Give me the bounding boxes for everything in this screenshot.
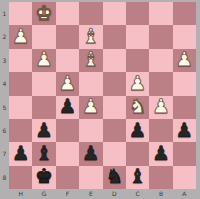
rank-label-1: 1 — [0, 11, 9, 17]
rank-label-8: 8 — [0, 175, 9, 181]
square-b5[interactable]: ♟ — [149, 96, 172, 119]
square-c7[interactable] — [126, 142, 149, 165]
file-label-f: F — [56, 191, 79, 197]
file-label-g: G — [32, 191, 55, 197]
rank-label-3: 3 — [0, 58, 9, 64]
square-c5[interactable]: ♞ — [126, 96, 149, 119]
square-a8[interactable] — [173, 166, 196, 189]
black-pawn-e7: ♟ — [82, 143, 100, 163]
square-f2[interactable] — [56, 25, 79, 48]
square-a2[interactable] — [173, 25, 196, 48]
square-e2[interactable]: ♝ — [79, 25, 102, 48]
chess-board: ♚♟♝♟♝♟♟♟♟♟♞♟♟♟♟♟♝♟♟♚♞♝ — [9, 2, 196, 189]
square-d3[interactable] — [103, 49, 126, 72]
square-f3[interactable] — [56, 49, 79, 72]
square-g7[interactable]: ♝ — [32, 142, 55, 165]
square-h8[interactable] — [9, 166, 32, 189]
rank-label-5: 5 — [0, 105, 9, 111]
square-d5[interactable] — [103, 96, 126, 119]
square-a1[interactable] — [173, 2, 196, 25]
square-b6[interactable] — [149, 119, 172, 142]
square-g2[interactable] — [32, 25, 55, 48]
file-label-h: H — [9, 191, 32, 197]
black-pawn-h7: ♟ — [12, 143, 30, 163]
file-label-e: E — [79, 191, 102, 197]
rank-label-6: 6 — [0, 128, 9, 134]
black-pawn-f5: ♟ — [58, 96, 76, 116]
white-bishop-e2: ♝ — [82, 26, 100, 46]
rank-label-7: 7 — [0, 151, 9, 157]
square-c8[interactable]: ♝ — [126, 166, 149, 189]
square-f1[interactable] — [56, 2, 79, 25]
square-e6[interactable] — [79, 119, 102, 142]
square-d1[interactable] — [103, 2, 126, 25]
square-c3[interactable] — [126, 49, 149, 72]
square-h3[interactable] — [9, 49, 32, 72]
square-c1[interactable] — [126, 2, 149, 25]
square-d7[interactable] — [103, 142, 126, 165]
square-g1[interactable]: ♚ — [32, 2, 55, 25]
square-b3[interactable] — [149, 49, 172, 72]
file-label-d: D — [103, 191, 126, 197]
white-pawn-a3: ♟ — [175, 49, 193, 69]
white-pawn-b5: ♟ — [152, 96, 170, 116]
square-b2[interactable] — [149, 25, 172, 48]
square-d6[interactable] — [103, 119, 126, 142]
square-f5[interactable]: ♟ — [56, 96, 79, 119]
square-e5[interactable]: ♟ — [79, 96, 102, 119]
square-a4[interactable] — [173, 72, 196, 95]
square-d4[interactable] — [103, 72, 126, 95]
square-h6[interactable] — [9, 119, 32, 142]
rank-labels: 12345678 — [0, 2, 9, 189]
file-label-a: A — [173, 191, 196, 197]
square-a6[interactable]: ♟ — [173, 119, 196, 142]
rank-label-4: 4 — [0, 81, 9, 87]
black-pawn-c6: ♟ — [129, 120, 147, 140]
white-bishop-e3: ♝ — [82, 49, 100, 69]
black-king-g8: ♚ — [35, 166, 53, 186]
white-pawn-h2: ♟ — [12, 26, 30, 46]
black-pawn-a6: ♟ — [175, 120, 193, 140]
square-d8[interactable]: ♞ — [103, 166, 126, 189]
square-e4[interactable] — [79, 72, 102, 95]
square-f4[interactable]: ♟ — [56, 72, 79, 95]
square-c6[interactable]: ♟ — [126, 119, 149, 142]
chess-diagram: 12345678 ♚♟♝♟♝♟♟♟♟♟♞♟♟♟♟♟♝♟♟♚♞♝ HGFEDCBA — [0, 0, 200, 199]
square-g4[interactable] — [32, 72, 55, 95]
square-h7[interactable]: ♟ — [9, 142, 32, 165]
black-pawn-g6: ♟ — [35, 120, 53, 140]
square-e1[interactable] — [79, 2, 102, 25]
black-bishop-g7: ♝ — [35, 143, 53, 163]
black-bishop-c8: ♝ — [129, 166, 147, 186]
square-b1[interactable] — [149, 2, 172, 25]
square-h4[interactable] — [9, 72, 32, 95]
square-g6[interactable]: ♟ — [32, 119, 55, 142]
square-c4[interactable]: ♟ — [126, 72, 149, 95]
square-f8[interactable] — [56, 166, 79, 189]
square-g3[interactable]: ♟ — [32, 49, 55, 72]
square-g5[interactable] — [32, 96, 55, 119]
square-e8[interactable] — [79, 166, 102, 189]
square-f7[interactable] — [56, 142, 79, 165]
square-a3[interactable]: ♟ — [173, 49, 196, 72]
square-b4[interactable] — [149, 72, 172, 95]
square-a5[interactable] — [173, 96, 196, 119]
square-e3[interactable]: ♝ — [79, 49, 102, 72]
file-label-c: C — [126, 191, 149, 197]
square-g8[interactable]: ♚ — [32, 166, 55, 189]
white-pawn-f4: ♟ — [58, 73, 76, 93]
rank-label-2: 2 — [0, 34, 9, 40]
white-pawn-g3: ♟ — [35, 49, 53, 69]
square-h5[interactable] — [9, 96, 32, 119]
file-label-b: B — [149, 191, 172, 197]
square-d2[interactable] — [103, 25, 126, 48]
square-e7[interactable]: ♟ — [79, 142, 102, 165]
square-c2[interactable] — [126, 25, 149, 48]
square-b8[interactable] — [149, 166, 172, 189]
square-f6[interactable] — [56, 119, 79, 142]
square-h1[interactable] — [9, 2, 32, 25]
black-pawn-b7: ♟ — [152, 143, 170, 163]
file-labels: HGFEDCBA — [9, 190, 196, 199]
white-king-g1: ♚ — [35, 3, 53, 23]
black-knight-d8: ♞ — [105, 166, 123, 186]
white-pawn-e5: ♟ — [82, 96, 100, 116]
white-pawn-c4: ♟ — [129, 73, 147, 93]
square-b7[interactable]: ♟ — [149, 142, 172, 165]
square-h2[interactable]: ♟ — [9, 25, 32, 48]
white-knight-c5: ♞ — [129, 96, 147, 116]
square-a7[interactable] — [173, 142, 196, 165]
